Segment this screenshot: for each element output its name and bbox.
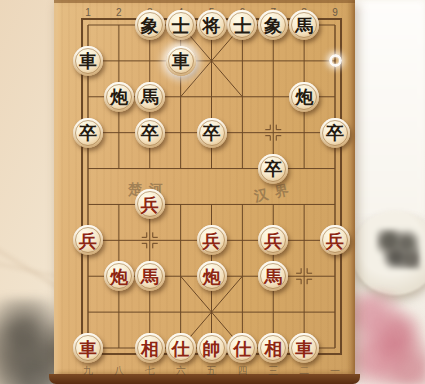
piece-black-cannon[interactable]: 炮 — [104, 82, 134, 112]
piece-glyph: 馬 — [264, 267, 282, 286]
piece-glyph: 仕 — [233, 339, 251, 358]
piece-black-advisor[interactable]: 士 — [166, 10, 196, 40]
file-label-bottom-9: 一 — [324, 364, 346, 378]
file-label-bottom-7: 三 — [262, 364, 284, 378]
piece-glyph: 車 — [79, 339, 97, 358]
piece-red-elephant[interactable]: 相 — [135, 333, 165, 363]
piece-black-elephant[interactable]: 象 — [135, 10, 165, 40]
piece-glyph: 相 — [141, 339, 159, 358]
piece-red-cannon[interactable]: 炮 — [197, 261, 227, 291]
piece-black-pawn[interactable]: 卒 — [258, 154, 288, 184]
piece-glyph: 兵 — [326, 231, 344, 250]
piece-red-horse[interactable]: 馬 — [135, 261, 165, 291]
piece-black-chariot[interactable]: 車 — [73, 46, 103, 76]
file-label-bottom-6: 四 — [231, 364, 253, 378]
file-label-bottom-5: 五 — [201, 364, 223, 378]
piece-glyph: 卒 — [203, 123, 221, 142]
piece-glyph: 馬 — [141, 267, 159, 286]
piece-glyph: 兵 — [264, 231, 282, 250]
piece-glyph: 兵 — [141, 195, 159, 214]
piece-red-general[interactable]: 帥 — [197, 333, 227, 363]
piece-glyph: 車 — [295, 339, 313, 358]
piece-black-horse[interactable]: 馬 — [135, 82, 165, 112]
piece-black-general[interactable]: 将 — [197, 10, 227, 40]
file-label-top-1: 1 — [77, 7, 99, 18]
piece-glyph: 兵 — [79, 231, 97, 250]
piece-glyph: 卒 — [264, 159, 282, 178]
piece-black-pawn[interactable]: 卒 — [197, 118, 227, 148]
piece-glyph: 相 — [264, 339, 282, 358]
piece-black-horse[interactable]: 馬 — [289, 10, 319, 40]
piece-glyph: 卒 — [141, 123, 159, 142]
piece-glyph: 卒 — [79, 123, 97, 142]
xiangqi-app: 楚河 汉界 123456789九八七六五四三二一 象士将士象馬車車炮馬炮卒卒卒卒… — [0, 0, 425, 384]
file-label-bottom-8: 二 — [293, 364, 315, 378]
piece-black-pawn[interactable]: 卒 — [320, 118, 350, 148]
piece-red-pawn[interactable]: 兵 — [197, 225, 227, 255]
piece-glyph: 炮 — [110, 87, 128, 106]
file-label-bottom-2: 八 — [108, 364, 130, 378]
piece-glyph: 士 — [172, 16, 190, 35]
piece-glyph: 車 — [79, 51, 97, 70]
piece-glyph: 仕 — [172, 339, 190, 358]
piece-glyph: 象 — [141, 16, 159, 35]
piece-glyph: 炮 — [203, 267, 221, 286]
piece-black-chariot[interactable]: 車 — [166, 46, 196, 76]
file-label-bottom-1: 九 — [77, 364, 99, 378]
background-peony-painting — [345, 292, 425, 384]
piece-red-pawn[interactable]: 兵 — [135, 189, 165, 219]
piece-glyph: 卒 — [326, 123, 344, 142]
file-label-top-9: 9 — [324, 7, 346, 18]
file-label-bottom-3: 七 — [139, 364, 161, 378]
piece-glyph: 帥 — [203, 339, 221, 358]
piece-red-chariot[interactable]: 車 — [73, 333, 103, 363]
piece-glyph: 兵 — [203, 231, 221, 250]
file-label-bottom-4: 六 — [170, 364, 192, 378]
piece-red-advisor[interactable]: 仕 — [166, 333, 196, 363]
piece-red-chariot[interactable]: 車 — [289, 333, 319, 363]
piece-glyph: 士 — [233, 16, 251, 35]
last-move-origin-marker — [329, 54, 342, 67]
piece-glyph: 将 — [203, 16, 221, 35]
piece-glyph: 炮 — [110, 267, 128, 286]
piece-black-pawn[interactable]: 卒 — [73, 118, 103, 148]
piece-glyph: 車 — [172, 51, 190, 70]
piece-black-cannon[interactable]: 炮 — [289, 82, 319, 112]
piece-glyph: 馬 — [141, 87, 159, 106]
file-label-top-2: 2 — [108, 7, 130, 18]
background-stone-marks — [376, 229, 420, 269]
piece-glyph: 馬 — [295, 16, 313, 35]
piece-glyph: 炮 — [295, 87, 313, 106]
piece-black-pawn[interactable]: 卒 — [135, 118, 165, 148]
piece-glyph: 象 — [264, 16, 282, 35]
piece-red-cannon[interactable]: 炮 — [104, 261, 134, 291]
background-stone — [352, 211, 425, 295]
